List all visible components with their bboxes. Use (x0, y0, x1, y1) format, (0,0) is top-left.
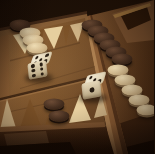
checker-dark[interactable] (112, 54, 133, 65)
die-pip (40, 72, 44, 76)
die-pip (39, 62, 43, 66)
die-pip (45, 53, 49, 58)
die-pip (31, 64, 35, 68)
checker-light[interactable] (27, 43, 48, 54)
die-pip (89, 87, 94, 93)
die-2[interactable] (82, 74, 108, 104)
backgammon-photo (0, 0, 154, 154)
checker-dark[interactable] (44, 99, 65, 110)
checker-light[interactable] (137, 105, 155, 116)
checker-dark[interactable] (49, 111, 70, 122)
die-pip (32, 74, 36, 78)
die-pip (32, 69, 36, 73)
die-pip (40, 67, 44, 71)
die-1[interactable] (28, 54, 54, 84)
